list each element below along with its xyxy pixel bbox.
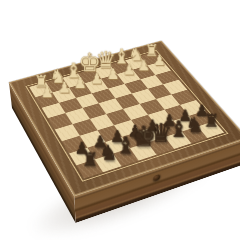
chess-box: ♜♞♝♚♛♝♞♜♟♟♟♟♟♟♟♟♟♟♟♟♟♟♟♟♜♞♝♚♛♝♞♜ — [12, 66, 240, 223]
scene-3d: ♜♞♝♚♛♝♞♜♟♟♟♟♟♟♟♟♟♟♟♟♟♟♟♟♜♞♝♚♛♝♞♜ — [0, 0, 240, 240]
chess-set-product-photo: ♜♞♝♚♛♝♞♜♟♟♟♟♟♟♟♟♟♟♟♟♟♟♟♟♜♞♝♚♛♝♞♜ — [0, 0, 240, 240]
drawer-knob — [153, 174, 160, 182]
